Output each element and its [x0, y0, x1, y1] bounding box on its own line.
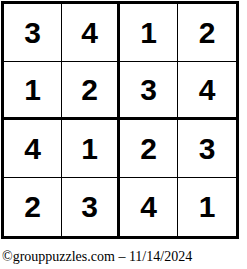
sudoku-cell-r4c2[interactable]: 3	[62, 178, 120, 236]
sudoku-cell-r3c1[interactable]: 4	[4, 120, 62, 178]
sudoku-cell-r1c4[interactable]: 2	[178, 4, 236, 62]
sudoku-cell-r3c4[interactable]: 3	[178, 120, 236, 178]
sudoku-cell-r1c1[interactable]: 3	[4, 4, 62, 62]
sudoku-cell-r4c1[interactable]: 2	[4, 178, 62, 236]
sudoku-cell-r3c3[interactable]: 2	[120, 120, 178, 178]
sudoku-cell-r2c4[interactable]: 4	[178, 62, 236, 120]
sudoku-cell-r3c2[interactable]: 1	[62, 120, 120, 178]
sudoku-cell-r4c3[interactable]: 4	[120, 178, 178, 236]
sudoku-cell-r4c4[interactable]: 1	[178, 178, 236, 236]
sudoku-cell-r2c3[interactable]: 3	[120, 62, 178, 120]
sudoku-cell-r1c3[interactable]: 1	[120, 4, 178, 62]
sudoku-board: 3412123441232341	[1, 1, 239, 239]
sudoku-cell-r2c1[interactable]: 1	[4, 62, 62, 120]
copyright-date-text: ©grouppuzzles.com – 11/14/2024	[2, 249, 192, 265]
sudoku-cell-r1c2[interactable]: 4	[62, 4, 120, 62]
sudoku-cell-r2c2[interactable]: 2	[62, 62, 120, 120]
